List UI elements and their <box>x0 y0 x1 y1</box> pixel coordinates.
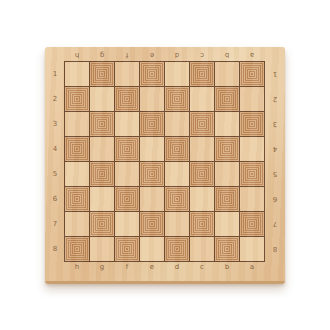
file-label-g: g <box>90 49 114 60</box>
file-label-e: e <box>140 262 164 273</box>
file-label-b: b <box>215 49 239 60</box>
engraving-ring <box>176 98 178 100</box>
square-g1[interactable] <box>90 62 114 86</box>
square-f7[interactable] <box>115 212 139 236</box>
engraving-ring <box>226 248 228 250</box>
square-e3[interactable] <box>140 112 164 136</box>
square-b4[interactable] <box>215 137 239 161</box>
square-g8[interactable] <box>90 237 114 261</box>
engraving-ring <box>201 73 203 75</box>
rank-label-2: 2 <box>49 87 61 111</box>
engraving-ring <box>126 198 128 200</box>
square-c1[interactable] <box>190 62 214 86</box>
rank-label-7: 7 <box>269 212 281 236</box>
engraving-ring <box>176 148 178 150</box>
engraving-ring <box>201 123 203 125</box>
engraving-ring <box>76 248 78 250</box>
square-c3[interactable] <box>190 112 214 136</box>
square-c5[interactable] <box>190 162 214 186</box>
square-c8[interactable] <box>190 237 214 261</box>
square-h8[interactable] <box>65 237 89 261</box>
rank-label-6: 6 <box>49 187 61 211</box>
square-a3[interactable] <box>240 112 264 136</box>
rank-label-7: 7 <box>49 212 61 236</box>
chess-board: hgfedcba 12345678 12345678 hgfedcba <box>45 47 285 284</box>
square-f3[interactable] <box>115 112 139 136</box>
file-label-e: e <box>140 49 164 60</box>
square-a7[interactable] <box>240 212 264 236</box>
square-f6[interactable] <box>115 187 139 211</box>
square-b7[interactable] <box>215 212 239 236</box>
file-label-a: a <box>240 262 264 273</box>
square-d5[interactable] <box>165 162 189 186</box>
square-b3[interactable] <box>215 112 239 136</box>
square-e6[interactable] <box>140 187 164 211</box>
file-labels-top: hgfedcba <box>64 49 265 60</box>
rank-labels-left: 12345678 <box>49 61 61 262</box>
rank-labels-right: 12345678 <box>269 61 281 262</box>
square-h3[interactable] <box>65 112 89 136</box>
engraving-ring <box>126 148 128 150</box>
square-f4[interactable] <box>115 137 139 161</box>
square-h7[interactable] <box>65 212 89 236</box>
square-g4[interactable] <box>90 137 114 161</box>
photo-background: hgfedcba 12345678 12345678 hgfedcba <box>0 0 330 330</box>
square-d3[interactable] <box>165 112 189 136</box>
square-c7[interactable] <box>190 212 214 236</box>
square-g5[interactable] <box>90 162 114 186</box>
square-h1[interactable] <box>65 62 89 86</box>
engraving-ring <box>201 223 203 225</box>
square-c6[interactable] <box>190 187 214 211</box>
square-a2[interactable] <box>240 87 264 111</box>
engraving-ring <box>151 123 153 125</box>
rank-label-2: 2 <box>269 87 281 111</box>
rank-label-4: 4 <box>269 137 281 161</box>
rank-label-3: 3 <box>49 112 61 136</box>
engraving-ring <box>101 123 103 125</box>
square-g2[interactable] <box>90 87 114 111</box>
square-e2[interactable] <box>140 87 164 111</box>
file-label-d: d <box>165 49 189 60</box>
engraving-ring <box>176 198 178 200</box>
file-labels-bottom: hgfedcba <box>64 262 265 273</box>
file-label-h: h <box>65 262 89 273</box>
engraving-ring <box>101 173 103 175</box>
file-label-b: b <box>215 262 239 273</box>
engraving-ring <box>101 73 103 75</box>
rank-label-8: 8 <box>269 237 281 261</box>
square-b8[interactable] <box>215 237 239 261</box>
rank-label-5: 5 <box>49 162 61 186</box>
engraving-ring <box>126 98 128 100</box>
square-c4[interactable] <box>190 137 214 161</box>
engraving-ring <box>251 73 253 75</box>
file-label-a: a <box>240 49 264 60</box>
rank-label-4: 4 <box>49 137 61 161</box>
rank-label-3: 3 <box>269 112 281 136</box>
square-f2[interactable] <box>115 87 139 111</box>
square-d7[interactable] <box>165 212 189 236</box>
file-label-f: f <box>115 262 139 273</box>
file-label-c: c <box>190 49 214 60</box>
square-d6[interactable] <box>165 187 189 211</box>
square-e7[interactable] <box>140 212 164 236</box>
engraving-ring <box>126 248 128 250</box>
square-a6[interactable] <box>240 187 264 211</box>
file-label-d: d <box>165 262 189 273</box>
square-d8[interactable] <box>165 237 189 261</box>
square-f1[interactable] <box>115 62 139 86</box>
square-h2[interactable] <box>65 87 89 111</box>
square-e4[interactable] <box>140 137 164 161</box>
square-g3[interactable] <box>90 112 114 136</box>
square-d1[interactable] <box>165 62 189 86</box>
rank-label-1: 1 <box>269 62 281 86</box>
square-f8[interactable] <box>115 237 139 261</box>
rank-label-5: 5 <box>269 162 281 186</box>
engraving-ring <box>151 223 153 225</box>
rank-label-6: 6 <box>269 187 281 211</box>
engraving-ring <box>76 198 78 200</box>
square-b1[interactable] <box>215 62 239 86</box>
engraving-ring <box>176 248 178 250</box>
square-b2[interactable] <box>215 87 239 111</box>
engraving-ring <box>251 173 253 175</box>
square-d4[interactable] <box>165 137 189 161</box>
square-e5[interactable] <box>140 162 164 186</box>
engraving-ring <box>251 123 253 125</box>
file-label-h: h <box>65 49 89 60</box>
square-e8[interactable] <box>140 237 164 261</box>
board-grid <box>64 61 265 262</box>
square-g7[interactable] <box>90 212 114 236</box>
square-h6[interactable] <box>65 187 89 211</box>
file-label-g: g <box>90 262 114 273</box>
square-a1[interactable] <box>240 62 264 86</box>
square-b6[interactable] <box>215 187 239 211</box>
square-h5[interactable] <box>65 162 89 186</box>
engraving-ring <box>151 73 153 75</box>
engraving-ring <box>226 98 228 100</box>
file-label-f: f <box>115 49 139 60</box>
square-a5[interactable] <box>240 162 264 186</box>
file-label-c: c <box>190 262 214 273</box>
square-c2[interactable] <box>190 87 214 111</box>
engraving-ring <box>101 223 103 225</box>
rank-label-8: 8 <box>49 237 61 261</box>
square-a4[interactable] <box>240 137 264 161</box>
square-b5[interactable] <box>215 162 239 186</box>
engraving-ring <box>76 148 78 150</box>
engraving-ring <box>226 198 228 200</box>
rank-label-1: 1 <box>49 62 61 86</box>
square-g6[interactable] <box>90 187 114 211</box>
engraving-ring <box>151 173 153 175</box>
square-a8[interactable] <box>240 237 264 261</box>
engraving-ring <box>201 173 203 175</box>
square-d2[interactable] <box>165 87 189 111</box>
square-e1[interactable] <box>140 62 164 86</box>
engraving-ring <box>251 223 253 225</box>
engraving-ring <box>76 98 78 100</box>
square-f5[interactable] <box>115 162 139 186</box>
engraving-ring <box>226 148 228 150</box>
square-h4[interactable] <box>65 137 89 161</box>
